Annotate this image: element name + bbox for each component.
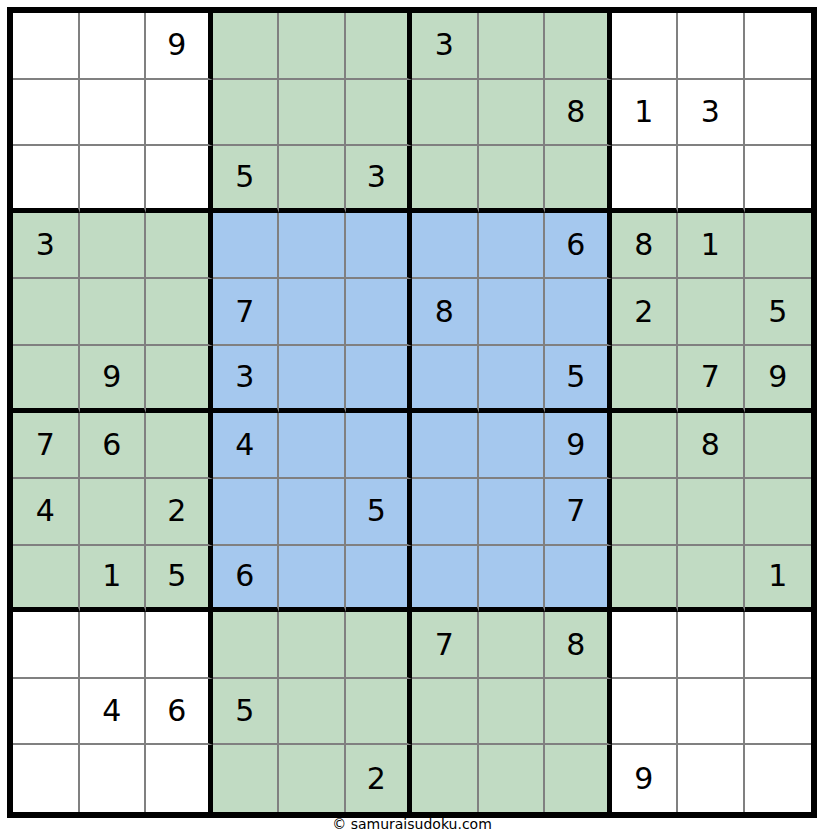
given-digit: 7: [435, 630, 454, 660]
given-digit: 9: [768, 362, 787, 392]
given-digit: 3: [36, 230, 55, 260]
cell-r7c2[interactable]: 6: [80, 413, 147, 480]
given-digit: 6: [235, 561, 254, 591]
cell-r2c9[interactable]: 8: [545, 80, 612, 147]
cell-r4c4[interactable]: [213, 213, 280, 280]
cell-r9c7[interactable]: [412, 546, 479, 613]
cell-r4c12[interactable]: [745, 213, 812, 280]
cell-r10c3[interactable]: [146, 612, 213, 679]
cell-r8c4[interactable]: [213, 479, 280, 546]
cell-r1c12[interactable]: [745, 13, 812, 80]
cell-r9c8[interactable]: [479, 546, 546, 613]
cell-r11c6[interactable]: [346, 679, 413, 746]
cell-r2c7[interactable]: [412, 80, 479, 147]
given-digit: 7: [566, 496, 585, 526]
cell-r8c12[interactable]: [745, 479, 812, 546]
given-digit: 1: [701, 230, 720, 260]
cell-r9c1[interactable]: [13, 546, 80, 613]
cell-r4c2[interactable]: [80, 213, 147, 280]
cell-r10c11[interactable]: [678, 612, 745, 679]
given-digit: 7: [235, 297, 254, 327]
cell-r3c10[interactable]: [612, 146, 679, 213]
cell-r3c3[interactable]: [146, 146, 213, 213]
cell-r1c4[interactable]: [213, 13, 280, 80]
cell-r6c8[interactable]: [479, 346, 546, 413]
cell-r11c12[interactable]: [745, 679, 812, 746]
cell-r2c11[interactable]: 3: [678, 80, 745, 147]
cell-r2c1[interactable]: [13, 80, 80, 147]
cell-r6c3[interactable]: [146, 346, 213, 413]
cell-r11c10[interactable]: [612, 679, 679, 746]
cell-r9c9[interactable]: [545, 546, 612, 613]
cell-r10c8[interactable]: [479, 612, 546, 679]
cell-r4c10[interactable]: 8: [612, 213, 679, 280]
cell-r7c11[interactable]: 8: [678, 413, 745, 480]
cell-r5c4[interactable]: 7: [213, 279, 280, 346]
cell-r9c10[interactable]: [612, 546, 679, 613]
cell-r3c7[interactable]: [412, 146, 479, 213]
cell-r5c11[interactable]: [678, 279, 745, 346]
cell-r6c6[interactable]: [346, 346, 413, 413]
sudoku-board: 9381353368178259357976498425715617846529: [7, 7, 817, 818]
cell-r10c10[interactable]: [612, 612, 679, 679]
cell-r5c9[interactable]: [545, 279, 612, 346]
cell-r1c5[interactable]: [279, 13, 346, 80]
given-digit: 3: [235, 362, 254, 392]
cell-r7c8[interactable]: [479, 413, 546, 480]
cell-r2c5[interactable]: [279, 80, 346, 147]
cell-r3c6[interactable]: 3: [346, 146, 413, 213]
cell-r6c5[interactable]: [279, 346, 346, 413]
given-digit: 6: [566, 230, 585, 260]
cell-r12c1[interactable]: [13, 745, 80, 812]
cell-r7c5[interactable]: [279, 413, 346, 480]
cell-r11c5[interactable]: [279, 679, 346, 746]
cell-r10c9[interactable]: 8: [545, 612, 612, 679]
cell-r9c4[interactable]: 6: [213, 546, 280, 613]
cell-r2c4[interactable]: [213, 80, 280, 147]
cell-r12c5[interactable]: [279, 745, 346, 812]
given-digit: 8: [435, 297, 454, 327]
cell-r5c2[interactable]: [80, 279, 147, 346]
given-digit: 3: [367, 162, 386, 192]
cell-r4c1[interactable]: 3: [13, 213, 80, 280]
cell-r5c10[interactable]: 2: [612, 279, 679, 346]
given-digit: 5: [235, 162, 254, 192]
given-digit: 5: [235, 696, 254, 726]
cell-r9c2[interactable]: 1: [80, 546, 147, 613]
cell-r10c7[interactable]: 7: [412, 612, 479, 679]
cell-r5c7[interactable]: 8: [412, 279, 479, 346]
cell-r9c3[interactable]: 5: [146, 546, 213, 613]
cell-r8c2[interactable]: [80, 479, 147, 546]
given-digit: 7: [36, 430, 55, 460]
cell-r1c2[interactable]: [80, 13, 147, 80]
cell-r10c5[interactable]: [279, 612, 346, 679]
cell-r6c11[interactable]: 7: [678, 346, 745, 413]
cell-r5c8[interactable]: [479, 279, 546, 346]
cell-r12c12[interactable]: [745, 745, 812, 812]
cell-r8c3[interactable]: 2: [146, 479, 213, 546]
cell-r5c6[interactable]: [346, 279, 413, 346]
given-digit: 1: [768, 561, 787, 591]
cell-r3c9[interactable]: [545, 146, 612, 213]
cell-r1c9[interactable]: [545, 13, 612, 80]
cell-r10c12[interactable]: [745, 612, 812, 679]
cell-r11c4[interactable]: 5: [213, 679, 280, 746]
cell-r8c8[interactable]: [479, 479, 546, 546]
cell-r7c12[interactable]: [745, 413, 812, 480]
cell-r1c1[interactable]: [13, 13, 80, 80]
cell-r9c11[interactable]: [678, 546, 745, 613]
cell-r7c7[interactable]: [412, 413, 479, 480]
cell-r7c3[interactable]: [146, 413, 213, 480]
given-digit: 9: [634, 764, 653, 794]
cell-r3c5[interactable]: [279, 146, 346, 213]
cell-r8c11[interactable]: [678, 479, 745, 546]
cell-r8c9[interactable]: 7: [545, 479, 612, 546]
given-digit: 6: [102, 430, 121, 460]
cell-r3c4[interactable]: 5: [213, 146, 280, 213]
given-digit: 8: [566, 630, 585, 660]
cell-r1c7[interactable]: 3: [412, 13, 479, 80]
given-digit: 5: [367, 496, 386, 526]
cell-r11c2[interactable]: 4: [80, 679, 147, 746]
cell-r12c10[interactable]: 9: [612, 745, 679, 812]
given-digit: 3: [435, 30, 454, 60]
cell-r5c1[interactable]: [13, 279, 80, 346]
copyright-caption: © samuraisudoku.com: [0, 816, 824, 832]
cell-r8c7[interactable]: [412, 479, 479, 546]
cell-r3c1[interactable]: [13, 146, 80, 213]
cell-r9c5[interactable]: [279, 546, 346, 613]
given-digit: 4: [102, 696, 121, 726]
cell-r2c2[interactable]: [80, 80, 147, 147]
given-digit: 9: [167, 30, 186, 60]
given-digit: 9: [102, 362, 121, 392]
cell-r9c12[interactable]: 1: [745, 546, 812, 613]
cell-r6c10[interactable]: [612, 346, 679, 413]
given-digit: 1: [102, 561, 121, 591]
given-digit: 2: [634, 297, 653, 327]
cell-r11c7[interactable]: [412, 679, 479, 746]
cell-r9c6[interactable]: [346, 546, 413, 613]
given-digit: 8: [566, 97, 585, 127]
given-digit: 7: [701, 362, 720, 392]
cell-r12c11[interactable]: [678, 745, 745, 812]
given-digit: 9: [566, 430, 585, 460]
cell-r11c1[interactable]: [13, 679, 80, 746]
cell-r11c9[interactable]: [545, 679, 612, 746]
cell-r2c6[interactable]: [346, 80, 413, 147]
cell-r1c8[interactable]: [479, 13, 546, 80]
cell-r2c10[interactable]: 1: [612, 80, 679, 147]
cell-r2c12[interactable]: [745, 80, 812, 147]
cell-r5c3[interactable]: [146, 279, 213, 346]
cell-r1c10[interactable]: [612, 13, 679, 80]
cell-r3c2[interactable]: [80, 146, 147, 213]
given-digit: 5: [167, 561, 186, 591]
cell-r4c3[interactable]: [146, 213, 213, 280]
cell-r6c12[interactable]: 9: [745, 346, 812, 413]
cell-r3c12[interactable]: [745, 146, 812, 213]
cell-r2c8[interactable]: [479, 80, 546, 147]
cell-r5c12[interactable]: 5: [745, 279, 812, 346]
cell-r7c1[interactable]: 7: [13, 413, 80, 480]
cell-r7c6[interactable]: [346, 413, 413, 480]
cell-r2c3[interactable]: [146, 80, 213, 147]
cell-r4c11[interactable]: 1: [678, 213, 745, 280]
cell-r7c4[interactable]: 4: [213, 413, 280, 480]
cell-r3c11[interactable]: [678, 146, 745, 213]
cell-r10c6[interactable]: [346, 612, 413, 679]
cell-r7c9[interactable]: 9: [545, 413, 612, 480]
cell-r8c6[interactable]: 5: [346, 479, 413, 546]
cell-r1c6[interactable]: [346, 13, 413, 80]
cell-r3c8[interactable]: [479, 146, 546, 213]
given-digit: 3: [701, 97, 720, 127]
cell-r1c11[interactable]: [678, 13, 745, 80]
cell-r6c2[interactable]: 9: [80, 346, 147, 413]
cell-r12c7[interactable]: [412, 745, 479, 812]
cell-r8c1[interactable]: 4: [13, 479, 80, 546]
cell-r12c8[interactable]: [479, 745, 546, 812]
given-digit: 8: [701, 430, 720, 460]
cell-r4c8[interactable]: [479, 213, 546, 280]
cell-r4c7[interactable]: [412, 213, 479, 280]
cell-r4c9[interactable]: 6: [545, 213, 612, 280]
given-digit: 2: [367, 764, 386, 794]
cell-r4c6[interactable]: [346, 213, 413, 280]
cell-r7c10[interactable]: [612, 413, 679, 480]
cell-r6c7[interactable]: [412, 346, 479, 413]
cell-r12c9[interactable]: [545, 745, 612, 812]
cell-r4c5[interactable]: [279, 213, 346, 280]
cell-r10c4[interactable]: [213, 612, 280, 679]
cell-r10c2[interactable]: [80, 612, 147, 679]
cell-r6c4[interactable]: 3: [213, 346, 280, 413]
cell-r12c6[interactable]: 2: [346, 745, 413, 812]
cell-r6c1[interactable]: [13, 346, 80, 413]
cell-r1c3[interactable]: 9: [146, 13, 213, 80]
cell-r8c5[interactable]: [279, 479, 346, 546]
given-digit: 6: [167, 696, 186, 726]
given-digit: 4: [235, 430, 254, 460]
cell-r11c11[interactable]: [678, 679, 745, 746]
cell-r5c5[interactable]: [279, 279, 346, 346]
cell-r12c4[interactable]: [213, 745, 280, 812]
cell-r8c10[interactable]: [612, 479, 679, 546]
cell-r12c2[interactable]: [80, 745, 147, 812]
cell-r11c3[interactable]: 6: [146, 679, 213, 746]
given-digit: 1: [634, 97, 653, 127]
given-digit: 2: [167, 496, 186, 526]
given-digit: 5: [566, 362, 585, 392]
given-digit: 4: [36, 496, 55, 526]
given-digit: 8: [634, 230, 653, 260]
cell-r11c8[interactable]: [479, 679, 546, 746]
cell-r6c9[interactable]: 5: [545, 346, 612, 413]
given-digit: 5: [768, 297, 787, 327]
cell-r10c1[interactable]: [13, 612, 80, 679]
cell-r12c3[interactable]: [146, 745, 213, 812]
